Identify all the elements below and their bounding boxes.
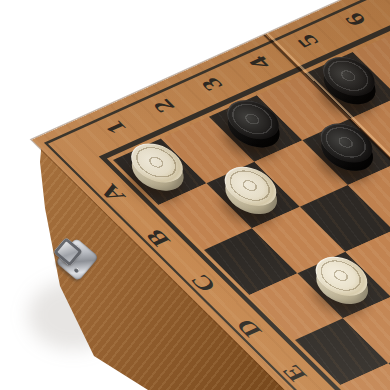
clasp-screw bbox=[73, 267, 80, 274]
product-photo-scene: 12345678ABCDEFGH bbox=[0, 0, 390, 390]
